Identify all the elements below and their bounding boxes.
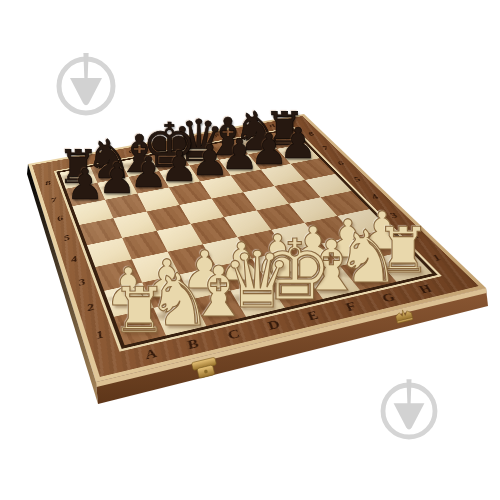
gold-crest-icon (395, 308, 413, 323)
product-photo-stage: 8765432187654321ABCDEFGHABCDEFGH (0, 0, 500, 500)
brass-latch-icon (191, 357, 218, 379)
piece-black-pawn-a7[interactable]: ♟ (64, 164, 107, 207)
watermark-download-icon (383, 379, 435, 437)
watermark-download-icon (59, 53, 113, 113)
piece-white-rook-a1[interactable]: ♜ (108, 280, 171, 343)
